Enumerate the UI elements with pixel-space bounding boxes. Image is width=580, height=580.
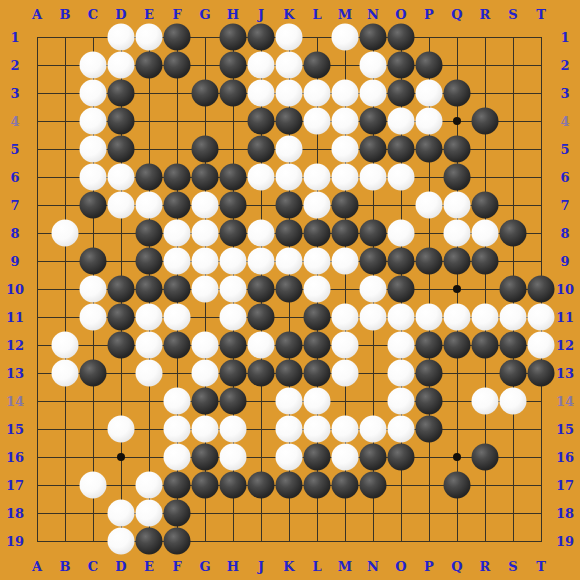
stone-white[interactable] [332, 332, 359, 359]
stone-black[interactable] [388, 444, 415, 471]
stone-black[interactable] [276, 360, 303, 387]
stone-white[interactable] [416, 304, 443, 331]
column-label-top: O [395, 8, 406, 21]
stone-white[interactable] [332, 444, 359, 471]
stone-white[interactable] [248, 52, 275, 79]
stone-black[interactable] [332, 472, 359, 499]
stone-black[interactable] [416, 52, 443, 79]
stone-black[interactable] [388, 80, 415, 107]
stone-white[interactable] [220, 416, 247, 443]
stone-black[interactable] [248, 472, 275, 499]
row-label-right: 8 [560, 227, 569, 240]
stone-white[interactable] [108, 24, 135, 51]
stone-black[interactable] [472, 332, 499, 359]
stone-white[interactable] [388, 332, 415, 359]
stone-black[interactable] [164, 472, 191, 499]
stone-black[interactable] [80, 192, 107, 219]
stone-black[interactable] [108, 136, 135, 163]
stone-white[interactable] [192, 416, 219, 443]
star-point [117, 453, 125, 461]
column-label-top: P [424, 8, 434, 21]
stone-white[interactable] [164, 304, 191, 331]
stone-white[interactable] [332, 248, 359, 275]
column-label-bottom: K [283, 560, 294, 573]
stone-black[interactable] [164, 192, 191, 219]
stone-black[interactable] [528, 360, 555, 387]
stone-white[interactable] [332, 416, 359, 443]
stone-black[interactable] [136, 528, 163, 555]
row-label-right: 9 [560, 255, 569, 268]
stone-white[interactable] [164, 416, 191, 443]
stone-black[interactable] [220, 360, 247, 387]
stone-white[interactable] [52, 360, 79, 387]
row-label-left: 13 [6, 367, 24, 380]
column-label-top: B [60, 8, 71, 21]
row-label-left: 6 [10, 171, 19, 184]
stone-white[interactable] [164, 220, 191, 247]
column-label-top: H [227, 8, 239, 21]
stone-white[interactable] [248, 248, 275, 275]
stone-black[interactable] [276, 192, 303, 219]
column-label-bottom: P [424, 560, 434, 573]
go-application: { "game": "go", "board_size": 19, "colum… [0, 0, 580, 580]
stone-white[interactable] [528, 332, 555, 359]
stone-black[interactable] [500, 276, 527, 303]
stone-white[interactable] [220, 276, 247, 303]
stone-black[interactable] [164, 332, 191, 359]
stone-white[interactable] [108, 192, 135, 219]
stone-black[interactable] [220, 80, 247, 107]
stone-white[interactable] [220, 248, 247, 275]
stone-white[interactable] [444, 220, 471, 247]
stone-black[interactable] [136, 276, 163, 303]
stone-black[interactable] [500, 360, 527, 387]
stone-white[interactable] [360, 416, 387, 443]
stone-white[interactable] [472, 220, 499, 247]
stone-white[interactable] [108, 52, 135, 79]
column-label-bottom: B [60, 560, 71, 573]
column-label-bottom: J [258, 560, 264, 573]
goban[interactable]: AABBCCDDEEFFGGHHJJKKLLMMNNOOPPQQRRSSTT11… [0, 0, 580, 580]
stone-black[interactable] [444, 164, 471, 191]
stone-white[interactable] [248, 80, 275, 107]
stone-white[interactable] [108, 416, 135, 443]
stone-white[interactable] [444, 304, 471, 331]
row-label-right: 17 [556, 479, 574, 492]
stone-white[interactable] [192, 332, 219, 359]
stone-white[interactable] [360, 164, 387, 191]
stone-white[interactable] [136, 332, 163, 359]
stone-black[interactable] [108, 304, 135, 331]
stone-white[interactable] [136, 500, 163, 527]
stone-black[interactable] [304, 332, 331, 359]
stone-white[interactable] [80, 80, 107, 107]
stone-black[interactable] [192, 444, 219, 471]
row-label-left: 12 [6, 339, 24, 352]
row-label-left: 16 [6, 451, 24, 464]
stone-white[interactable] [388, 304, 415, 331]
stone-white[interactable] [108, 528, 135, 555]
stone-white[interactable] [528, 304, 555, 331]
stone-black[interactable] [80, 360, 107, 387]
stone-black[interactable] [360, 444, 387, 471]
stone-black[interactable] [276, 108, 303, 135]
stone-white[interactable] [332, 80, 359, 107]
stone-white[interactable] [52, 220, 79, 247]
row-label-left: 18 [6, 507, 24, 520]
stone-black[interactable] [192, 388, 219, 415]
stone-black[interactable] [388, 248, 415, 275]
stone-black[interactable] [108, 108, 135, 135]
stone-black[interactable] [472, 248, 499, 275]
column-label-top: A [32, 8, 42, 21]
stone-white[interactable] [500, 304, 527, 331]
stone-black[interactable] [276, 332, 303, 359]
stone-black[interactable] [472, 192, 499, 219]
column-label-top: D [115, 8, 126, 21]
stone-white[interactable] [332, 164, 359, 191]
stone-white[interactable] [332, 24, 359, 51]
stone-white[interactable] [276, 52, 303, 79]
stone-white[interactable] [80, 164, 107, 191]
stone-black[interactable] [136, 220, 163, 247]
column-label-top: Q [451, 8, 462, 21]
stone-black[interactable] [360, 136, 387, 163]
column-label-bottom: D [115, 560, 126, 573]
stone-white[interactable] [80, 304, 107, 331]
stone-white[interactable] [472, 388, 499, 415]
row-label-left: 19 [6, 535, 24, 548]
stone-white[interactable] [304, 416, 331, 443]
stone-black[interactable] [276, 472, 303, 499]
stone-white[interactable] [304, 192, 331, 219]
stone-black[interactable] [304, 444, 331, 471]
stone-white[interactable] [360, 276, 387, 303]
stone-black[interactable] [192, 80, 219, 107]
stone-black[interactable] [220, 388, 247, 415]
column-label-top: K [283, 8, 294, 21]
stone-white[interactable] [360, 52, 387, 79]
row-label-right: 16 [556, 451, 574, 464]
row-label-right: 3 [560, 87, 569, 100]
column-label-bottom: Q [451, 560, 462, 573]
stone-white[interactable] [416, 80, 443, 107]
stone-white[interactable] [164, 444, 191, 471]
column-label-top: C [88, 8, 98, 21]
stone-white[interactable] [304, 80, 331, 107]
stone-black[interactable] [444, 136, 471, 163]
stone-black[interactable] [472, 444, 499, 471]
column-label-top: E [144, 8, 154, 21]
row-label-right: 2 [560, 59, 569, 72]
stone-white[interactable] [472, 304, 499, 331]
stone-white[interactable] [332, 108, 359, 135]
stone-black[interactable] [444, 472, 471, 499]
stone-white[interactable] [444, 192, 471, 219]
stone-black[interactable] [360, 220, 387, 247]
stone-white[interactable] [388, 416, 415, 443]
stone-black[interactable] [108, 276, 135, 303]
column-label-top: G [199, 8, 210, 21]
row-label-right: 5 [560, 143, 569, 156]
stone-black[interactable] [360, 248, 387, 275]
stone-black[interactable] [388, 24, 415, 51]
stone-black[interactable] [500, 332, 527, 359]
star-point [453, 117, 461, 125]
stone-black[interactable] [388, 136, 415, 163]
stone-white[interactable] [80, 108, 107, 135]
stone-white[interactable] [332, 360, 359, 387]
stone-white[interactable] [332, 136, 359, 163]
stone-black[interactable] [304, 360, 331, 387]
stone-white[interactable] [80, 276, 107, 303]
row-label-left: 17 [6, 479, 24, 492]
row-label-left: 3 [10, 87, 19, 100]
stone-black[interactable] [136, 164, 163, 191]
row-label-left: 14 [6, 395, 24, 408]
row-label-right: 19 [556, 535, 574, 548]
row-label-left: 10 [6, 283, 24, 296]
row-label-right: 4 [560, 115, 569, 128]
stone-white[interactable] [388, 108, 415, 135]
column-label-top: M [338, 8, 352, 21]
stone-white[interactable] [248, 164, 275, 191]
column-label-bottom: O [395, 560, 406, 573]
row-label-left: 2 [10, 59, 19, 72]
stone-white[interactable] [360, 304, 387, 331]
stone-white[interactable] [304, 108, 331, 135]
stone-black[interactable] [416, 416, 443, 443]
column-label-bottom: T [536, 560, 546, 573]
stone-black[interactable] [248, 24, 275, 51]
stone-black[interactable] [136, 52, 163, 79]
row-label-left: 8 [10, 227, 19, 240]
stone-white[interactable] [304, 388, 331, 415]
stone-white[interactable] [136, 304, 163, 331]
stone-white[interactable] [276, 136, 303, 163]
row-label-left: 5 [10, 143, 19, 156]
row-label-right: 12 [556, 339, 574, 352]
stone-white[interactable] [80, 472, 107, 499]
stone-black[interactable] [304, 52, 331, 79]
stone-white[interactable] [276, 248, 303, 275]
stone-white[interactable] [500, 388, 527, 415]
stone-white[interactable] [276, 444, 303, 471]
stone-black[interactable] [248, 360, 275, 387]
stone-black[interactable] [416, 388, 443, 415]
stone-black[interactable] [388, 276, 415, 303]
stone-white[interactable] [304, 164, 331, 191]
stone-white[interactable] [248, 332, 275, 359]
stone-white[interactable] [388, 220, 415, 247]
stone-black[interactable] [108, 80, 135, 107]
column-label-bottom: H [227, 560, 239, 573]
stone-black[interactable] [276, 276, 303, 303]
row-label-right: 14 [556, 395, 574, 408]
stone-black[interactable] [248, 276, 275, 303]
stone-white[interactable] [360, 80, 387, 107]
row-label-right: 10 [556, 283, 574, 296]
stone-white[interactable] [192, 360, 219, 387]
stone-white[interactable] [80, 52, 107, 79]
column-label-bottom: S [508, 560, 517, 573]
column-label-bottom: R [480, 560, 491, 573]
stone-black[interactable] [332, 220, 359, 247]
stone-black[interactable] [416, 332, 443, 359]
stone-black[interactable] [164, 24, 191, 51]
stone-black[interactable] [304, 220, 331, 247]
stone-black[interactable] [444, 248, 471, 275]
stone-black[interactable] [108, 332, 135, 359]
stone-white[interactable] [164, 248, 191, 275]
stone-white[interactable] [136, 24, 163, 51]
stone-white[interactable] [276, 164, 303, 191]
column-label-bottom: M [338, 560, 352, 573]
stone-white[interactable] [248, 220, 275, 247]
stone-white[interactable] [108, 164, 135, 191]
row-label-left: 9 [10, 255, 19, 268]
stone-black[interactable] [528, 276, 555, 303]
stone-white[interactable] [416, 108, 443, 135]
stone-white[interactable] [108, 500, 135, 527]
row-label-left: 1 [10, 31, 19, 44]
stone-black[interactable] [164, 500, 191, 527]
row-label-right: 13 [556, 367, 574, 380]
column-label-bottom: N [367, 560, 379, 573]
stone-white[interactable] [220, 444, 247, 471]
stone-black[interactable] [360, 472, 387, 499]
stone-white[interactable] [304, 276, 331, 303]
stone-black[interactable] [136, 248, 163, 275]
stone-black[interactable] [248, 136, 275, 163]
stone-black[interactable] [360, 24, 387, 51]
row-label-right: 7 [560, 199, 569, 212]
stone-black[interactable] [304, 304, 331, 331]
stone-white[interactable] [276, 388, 303, 415]
stone-black[interactable] [164, 276, 191, 303]
row-label-right: 11 [556, 311, 574, 324]
row-label-left: 11 [6, 311, 24, 324]
stone-black[interactable] [192, 164, 219, 191]
stone-white[interactable] [388, 388, 415, 415]
stone-white[interactable] [192, 276, 219, 303]
stone-white[interactable] [220, 304, 247, 331]
stone-black[interactable] [388, 52, 415, 79]
column-label-bottom: E [144, 560, 154, 573]
stone-white[interactable] [276, 416, 303, 443]
stone-black[interactable] [304, 472, 331, 499]
stone-white[interactable] [332, 304, 359, 331]
stone-black[interactable] [80, 248, 107, 275]
column-label-top: N [367, 8, 379, 21]
stone-white[interactable] [164, 388, 191, 415]
stone-black[interactable] [220, 332, 247, 359]
stone-white[interactable] [276, 24, 303, 51]
stone-black[interactable] [220, 24, 247, 51]
row-label-left: 4 [10, 115, 19, 128]
stone-black[interactable] [472, 108, 499, 135]
stone-white[interactable] [80, 136, 107, 163]
stone-black[interactable] [500, 220, 527, 247]
row-label-right: 6 [560, 171, 569, 184]
stone-black[interactable] [332, 192, 359, 219]
stone-black[interactable] [192, 472, 219, 499]
stone-white[interactable] [136, 360, 163, 387]
stone-white[interactable] [136, 472, 163, 499]
column-label-top: L [312, 8, 321, 21]
stone-black[interactable] [416, 360, 443, 387]
column-label-bottom: C [88, 560, 98, 573]
stone-white[interactable] [388, 164, 415, 191]
stone-black[interactable] [220, 192, 247, 219]
stone-black[interactable] [164, 164, 191, 191]
stone-black[interactable] [360, 108, 387, 135]
stone-black[interactable] [220, 220, 247, 247]
row-label-left: 15 [6, 423, 24, 436]
stone-black[interactable] [416, 136, 443, 163]
column-label-top: J [258, 8, 264, 21]
star-point [453, 285, 461, 293]
stone-white[interactable] [388, 360, 415, 387]
stone-black[interactable] [220, 472, 247, 499]
stone-black[interactable] [444, 80, 471, 107]
stone-black[interactable] [220, 52, 247, 79]
stone-white[interactable] [192, 248, 219, 275]
stone-black[interactable] [220, 164, 247, 191]
row-label-right: 15 [556, 423, 574, 436]
column-label-top: T [536, 8, 546, 21]
column-label-bottom: A [32, 560, 42, 573]
stone-white[interactable] [52, 332, 79, 359]
stone-white[interactable] [192, 192, 219, 219]
row-label-left: 7 [10, 199, 19, 212]
stone-white[interactable] [136, 192, 163, 219]
column-label-bottom: G [199, 560, 210, 573]
column-label-bottom: F [172, 560, 181, 573]
column-label-bottom: L [312, 560, 321, 573]
column-label-top: R [480, 8, 491, 21]
stone-black[interactable] [276, 220, 303, 247]
column-label-top: S [508, 8, 517, 21]
stone-white[interactable] [304, 248, 331, 275]
column-label-top: F [172, 8, 181, 21]
row-label-right: 1 [560, 31, 569, 44]
stone-black[interactable] [248, 108, 275, 135]
stone-black[interactable] [248, 304, 275, 331]
star-point [453, 453, 461, 461]
stone-white[interactable] [276, 80, 303, 107]
stone-white[interactable] [416, 192, 443, 219]
stone-black[interactable] [444, 332, 471, 359]
stone-black[interactable] [164, 528, 191, 555]
stone-white[interactable] [192, 220, 219, 247]
stone-black[interactable] [416, 248, 443, 275]
row-label-right: 18 [556, 507, 574, 520]
stone-black[interactable] [164, 52, 191, 79]
stone-black[interactable] [192, 136, 219, 163]
